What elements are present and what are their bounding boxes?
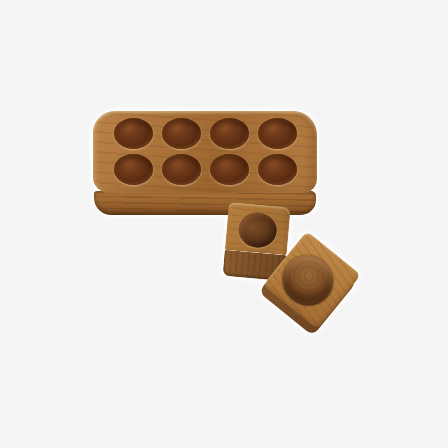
tray-top-face [93,111,317,193]
cup-1-pit[interactable] [237,211,278,249]
pit-r2c3[interactable] [210,154,249,185]
cup-1-top-face [225,202,291,255]
pit-r1c2[interactable] [162,118,201,149]
photo-background [0,0,448,448]
pit-r1c4[interactable] [258,118,297,149]
pit-grid [109,115,301,187]
pit-r1c3[interactable] [210,118,249,149]
pit-r2c4[interactable] [258,154,297,185]
mancala-tray [93,111,317,215]
pit-r2c1[interactable] [114,154,153,185]
wooden-pit-board-set [0,0,448,448]
pit-r2c2[interactable] [162,154,201,185]
pit-r1c1[interactable] [114,118,153,149]
